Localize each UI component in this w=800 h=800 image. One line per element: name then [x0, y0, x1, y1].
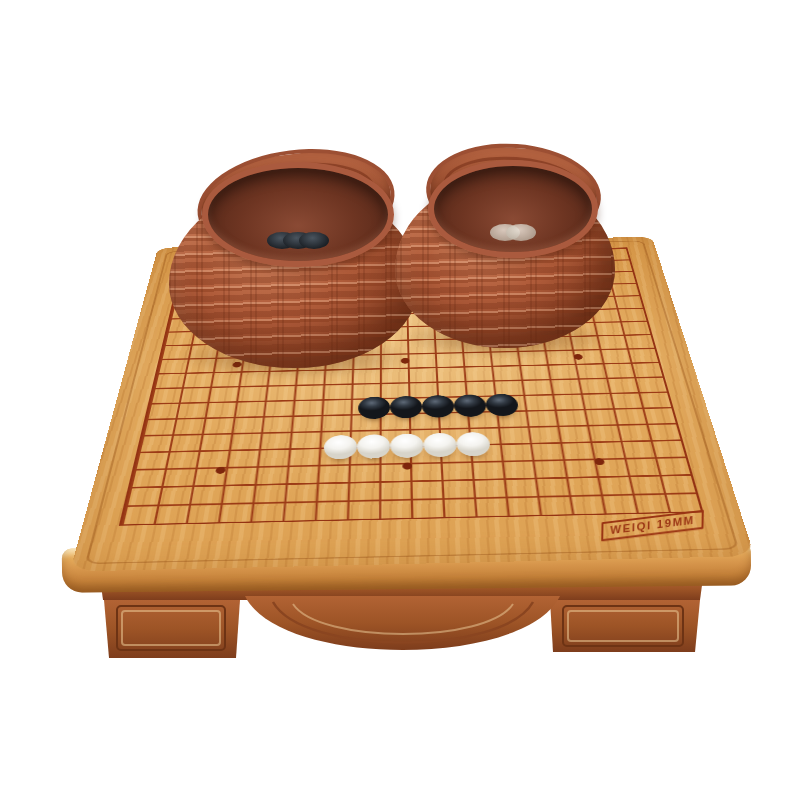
star-point: [594, 458, 605, 465]
black-stone: [485, 393, 520, 416]
bowl-opening: [428, 160, 598, 258]
star-point: [573, 354, 583, 360]
white-stone: [357, 434, 391, 459]
white-stone: [324, 435, 358, 460]
bowl-opening: [202, 162, 394, 267]
black-stone-in-bowl: [299, 232, 329, 249]
star-point: [403, 462, 413, 469]
black-stone-bowl: [169, 156, 419, 368]
white-stone: [391, 433, 425, 458]
star-point: [215, 466, 226, 473]
white-stone: [423, 433, 457, 458]
black-stone: [390, 396, 422, 419]
white-stone-bowl: [395, 150, 615, 348]
white-stone: [456, 432, 491, 457]
go-set-product-photo: WEIQI 19MM: [0, 0, 800, 800]
black-stone: [358, 396, 390, 419]
black-stone: [422, 395, 455, 418]
black-stone: [454, 394, 488, 417]
white-stone-in-bowl: [506, 224, 536, 241]
